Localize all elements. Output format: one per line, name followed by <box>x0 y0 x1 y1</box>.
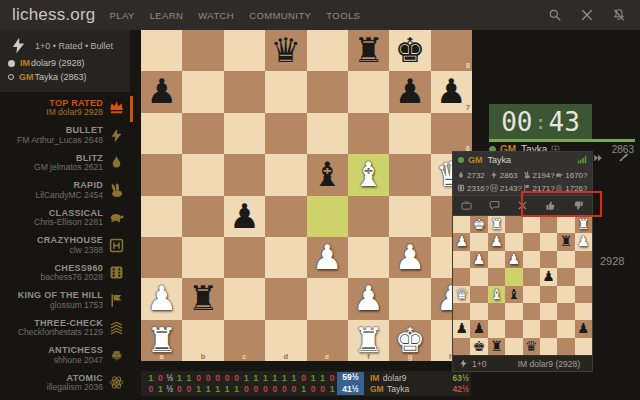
square-d6[interactable] <box>265 113 306 154</box>
piece-black-rook: ♜ <box>488 338 505 355</box>
bottom-player-rating: 2928 <box>600 255 624 267</box>
file-coordinate: g <box>389 352 430 361</box>
game-result[interactable]: 1 <box>261 373 271 383</box>
square-b4[interactable] <box>182 196 223 237</box>
piece-white-bishop: ♝ <box>488 286 505 303</box>
game-result[interactable]: 1 <box>299 384 309 394</box>
square-a1: ♜ <box>575 216 592 233</box>
sidebar-channel-three-check[interactable]: THREE-CHECKCheckforthestats 2129 <box>0 314 130 342</box>
channel-label: KING OF THE HILL <box>18 290 103 300</box>
challenge-icon[interactable] <box>580 8 594 22</box>
piece-black-queen: ♛ <box>523 338 540 355</box>
square-g7[interactable]: ♟ <box>389 71 430 112</box>
game-result[interactable]: 0 <box>270 384 280 394</box>
nav-item-play[interactable]: PLAY <box>109 10 134 21</box>
piece-black-pawn: ♟ <box>453 320 470 337</box>
rabbit-icon <box>109 183 124 198</box>
square-b6[interactable] <box>182 113 223 154</box>
square-b7 <box>557 320 574 337</box>
sidebar-channel-chess960[interactable]: CHESS960bachess76 2028 <box>0 259 130 287</box>
square-c8 <box>540 338 557 355</box>
square-d1 <box>523 216 540 233</box>
channel-player: bachess76 2028 <box>41 273 103 283</box>
square-c7[interactable] <box>224 71 265 112</box>
piece-white-pawn[interactable]: ♟ <box>348 278 389 319</box>
dice-icon <box>457 184 465 192</box>
square-a2[interactable]: ♟ <box>141 278 182 319</box>
square-f1: ♜ <box>488 216 505 233</box>
square-d3 <box>523 251 540 268</box>
sidebar-channel-king-of-the-hill[interactable]: KING OF THE HILLglossum 1753 <box>0 287 130 315</box>
game-result[interactable]: 0 <box>184 384 194 394</box>
total-score: 63½ <box>443 373 471 383</box>
atom-icon <box>109 375 124 390</box>
piece-black-pawn[interactable]: ♟ <box>224 196 265 237</box>
square-g8[interactable]: ♚ <box>389 30 430 71</box>
game-result[interactable]: 1 <box>318 373 328 383</box>
square-d2[interactable] <box>265 278 306 319</box>
square-g6 <box>470 303 487 320</box>
channel-player: Chris-Ellison 2281 <box>34 218 103 228</box>
crazyhouse-icon <box>490 184 498 192</box>
score-player-name[interactable]: IM dolar9 <box>370 373 436 383</box>
game-result[interactable]: ½ <box>165 373 175 383</box>
square-e7[interactable] <box>307 71 348 112</box>
square-c1 <box>540 216 557 233</box>
square-c3 <box>540 251 557 268</box>
square-g1[interactable]: ♚g <box>389 320 430 361</box>
square-e2 <box>505 233 522 250</box>
flag-icon <box>109 293 124 308</box>
square-a6 <box>575 303 592 320</box>
piece-white-king: ♚ <box>470 216 487 233</box>
popup-rating-turtle: 1670? <box>555 169 588 181</box>
crown-icon <box>109 100 124 115</box>
lightning-icon <box>109 128 124 143</box>
square-e2[interactable] <box>307 278 348 319</box>
square-g3: ♟ <box>470 251 487 268</box>
mini-chess-board: ♚♜♜♟♟♜♟♟♟♟♛♝♝♟♟♟♚♜♛ <box>453 216 592 355</box>
piece-white-pawn: ♟ <box>488 233 505 250</box>
piece-black-king[interactable]: ♚ <box>389 30 430 71</box>
score-row-dolar9: 10½1100000111111011059½IM dolar963½ <box>141 372 471 384</box>
rating-value: 2732 <box>467 171 485 180</box>
square-g5[interactable] <box>389 154 430 195</box>
square-f7 <box>488 320 505 337</box>
piece-black-pawn[interactable]: ♟ <box>141 71 182 112</box>
square-a8 <box>575 338 592 355</box>
square-c5[interactable] <box>224 154 265 195</box>
square-f8[interactable]: ♜ <box>348 30 389 71</box>
popup-opponent: IM dolar9 (2928) <box>518 359 580 369</box>
square-g3[interactable]: ♟ <box>389 237 430 278</box>
online-dot <box>458 157 464 163</box>
lichess-tv-page: lichess.org PLAYLEARNWATCHCOMMUNITYTOOLS… <box>0 0 640 400</box>
fast-forward-icon[interactable] <box>593 153 603 163</box>
game-result[interactable]: 0 <box>241 384 251 394</box>
file-coordinate: a <box>141 352 182 361</box>
square-a1[interactable]: ♜a <box>141 320 182 361</box>
square-a8[interactable] <box>141 30 182 71</box>
game-result[interactable]: ½ <box>165 384 175 394</box>
square-b1 <box>557 216 574 233</box>
file-coordinate: d <box>265 352 306 361</box>
total-score: 42½ <box>443 384 471 394</box>
square-b3 <box>557 251 574 268</box>
square-d4[interactable] <box>265 196 306 237</box>
game-result[interactable]: 1 <box>184 373 194 383</box>
piece-white-pawn: ♟ <box>470 251 487 268</box>
nav-item-watch[interactable]: WATCH <box>198 10 234 21</box>
annotation-red-rectangle <box>521 191 602 217</box>
piece-black-queen[interactable]: ♛ <box>265 30 306 71</box>
popup-header: GM Tayka <box>453 152 592 168</box>
square-b1[interactable]: b <box>182 320 223 361</box>
piece-white-pawn: ♟ <box>453 233 470 250</box>
turtle-icon <box>109 210 124 225</box>
square-e8[interactable] <box>307 30 348 71</box>
sidebar-channel-top-rated[interactable]: TOP RATEDIM dolar9 2928 <box>0 94 130 122</box>
game-result[interactable]: 1 <box>270 373 280 383</box>
game-result[interactable]: 1 <box>175 373 185 383</box>
channel-player: illegalism 2036 <box>47 383 103 393</box>
square-a3 <box>575 251 592 268</box>
game-result[interactable]: 0 <box>222 373 232 383</box>
active-channel-marker <box>130 96 133 122</box>
square-b5 <box>557 286 574 303</box>
rating-value: 2143? <box>500 184 522 193</box>
square-e4[interactable] <box>307 196 348 237</box>
square-d7[interactable] <box>265 71 306 112</box>
user-popup: GM Tayka 273228632194?1670?2316?2143?217… <box>452 151 593 372</box>
piece-white-pawn[interactable]: ♟ <box>307 237 348 278</box>
rating-value: 2863 <box>500 171 518 180</box>
channel-player: glossum 1753 <box>18 301 103 311</box>
sidebar-channel-horde[interactable]: HORDEobadja 2083 <box>0 397 130 400</box>
notifications-off-icon[interactable] <box>612 8 626 22</box>
piece-black-king: ♚ <box>470 338 487 355</box>
game-result[interactable]: 0 <box>299 373 309 383</box>
square-f6[interactable] <box>348 113 389 154</box>
channel-player: Checkforthestats 2129 <box>18 328 103 338</box>
square-d4 <box>523 268 540 285</box>
piece-white-bishop[interactable]: ♝ <box>348 154 389 195</box>
nav-item-community[interactable]: COMMUNITY <box>249 10 311 21</box>
square-e3[interactable]: ♟ <box>307 237 348 278</box>
piece-black-rook[interactable]: ♜ <box>348 30 389 71</box>
flame-icon <box>457 171 465 179</box>
popup-footer: 1+0 IM dolar9 (2928) <box>453 356 592 371</box>
piece-white-pawn: ♟ <box>575 233 592 250</box>
square-e4 <box>505 268 522 285</box>
file-coordinate: f <box>348 352 389 361</box>
square-h1 <box>453 216 470 233</box>
square-h5: ♛ <box>453 286 470 303</box>
game-result[interactable]: 1 <box>241 373 251 383</box>
piece-black-rook[interactable]: ♜ <box>182 278 223 319</box>
sword-icon[interactable] <box>618 152 630 164</box>
square-d7 <box>523 320 540 337</box>
square-b6 <box>557 303 574 320</box>
chat-icon[interactable] <box>489 200 500 211</box>
square-h7[interactable]: ♟7 <box>431 71 472 112</box>
square-c8[interactable] <box>224 30 265 71</box>
lichess-logo[interactable]: lichess.org <box>12 5 95 25</box>
game-result[interactable]: 1 <box>203 384 213 394</box>
square-f4 <box>488 268 505 285</box>
piece-white-pawn: ♟ <box>505 251 522 268</box>
square-f3 <box>488 251 505 268</box>
layers-icon <box>109 320 124 335</box>
bullet-icon <box>459 359 468 368</box>
sidebar-channel-crazyhouse[interactable]: CRAZYHOUSEclw 2388 <box>0 232 130 260</box>
game-result[interactable]: 0 <box>327 373 337 383</box>
channel-label: BULLET <box>17 125 103 135</box>
channel-player: FM Arthur_Lucas 2648 <box>17 136 103 146</box>
square-b7[interactable] <box>182 71 223 112</box>
square-g8: ♚ <box>470 338 487 355</box>
square-g2[interactable] <box>389 278 430 319</box>
channel-player: clw 2388 <box>37 246 103 256</box>
square-e5: ♝ <box>505 286 522 303</box>
square-a6[interactable] <box>141 113 182 154</box>
square-d6 <box>523 303 540 320</box>
square-f4[interactable] <box>348 196 389 237</box>
game-result[interactable]: 1 <box>194 384 204 394</box>
square-c4[interactable]: ♟ <box>224 196 265 237</box>
bullet-icon <box>10 37 27 54</box>
square-c6 <box>540 303 557 320</box>
nav-item-learn[interactable]: LEARN <box>150 10 184 21</box>
piece-white-pawn[interactable]: ♟ <box>141 278 182 319</box>
square-a3[interactable] <box>141 237 182 278</box>
score-row-Tayka: 01½0011111000000100141½GM Tayka42½ <box>141 384 471 396</box>
square-b8 <box>557 338 574 355</box>
square-h6[interactable]: 6 <box>431 113 472 154</box>
black-color-dot <box>8 74 14 80</box>
square-a5[interactable] <box>141 154 182 195</box>
game-result[interactable]: 1 <box>222 384 232 394</box>
popup-rating-crazyhouse: 2143? <box>490 182 523 194</box>
piece-black-pawn: ♟ <box>470 320 487 337</box>
sidebar-channel-blitz[interactable]: BLITZGM jelmatos 2621 <box>0 149 130 177</box>
square-b8[interactable] <box>182 30 223 71</box>
square-f2: ♟ <box>488 233 505 250</box>
channel-player: shhone 2047 <box>48 356 103 366</box>
game-result[interactable]: 0 <box>194 373 204 383</box>
signal-bars-icon <box>577 155 587 165</box>
square-d5 <box>523 286 540 303</box>
tv-channel-list: TOP RATEDIM dolar9 2928BULLETFM Arthur_L… <box>0 94 130 400</box>
dice-icon <box>109 265 124 280</box>
channel-player: LilCandyMC 2454 <box>35 191 103 201</box>
square-e6[interactable] <box>307 113 348 154</box>
square-g7: ♟ <box>470 320 487 337</box>
file-coordinate: e <box>307 352 348 361</box>
search-icon[interactable] <box>548 8 562 22</box>
square-c2[interactable] <box>224 278 265 319</box>
flame-icon <box>109 155 124 170</box>
square-a5 <box>575 286 592 303</box>
square-a7[interactable]: ♟ <box>141 71 182 112</box>
game-result[interactable]: 1 <box>289 373 299 383</box>
popup-rating-flame: 2732 <box>457 169 490 181</box>
rating-value: 1670? <box>565 171 587 180</box>
sidebar-channel-antichess[interactable]: ANTICHESSshhone 2047♚ <box>0 342 130 370</box>
game-result[interactable]: 0 <box>175 384 185 394</box>
square-b3[interactable] <box>182 237 223 278</box>
svg-text:♚: ♚ <box>111 348 123 363</box>
piece-white-rook: ♜ <box>488 216 505 233</box>
square-a7: ♟ <box>575 320 592 337</box>
white-color-dot <box>8 60 15 67</box>
sidebar-channel-rapid[interactable]: RAPIDLilCandyMC 2454 <box>0 177 130 205</box>
rank-coordinate: 8 <box>466 61 470 70</box>
square-f2[interactable]: ♟ <box>348 278 389 319</box>
black-player-line[interactable]: GMTayka (2863) <box>8 72 124 82</box>
game-result[interactable]: 0 <box>146 384 156 394</box>
square-g6[interactable] <box>389 113 430 154</box>
square-g2 <box>470 233 487 250</box>
square-f3[interactable] <box>348 237 389 278</box>
game-result[interactable]: 1 <box>232 384 242 394</box>
square-c7 <box>540 320 557 337</box>
white-player-line[interactable]: IMdolar9 (2928) <box>8 58 124 68</box>
popup-rating-lightning: 2863 <box>490 169 523 181</box>
square-d3[interactable] <box>265 237 306 278</box>
piece-black-pawn: ♟ <box>575 320 592 337</box>
lightning-icon <box>490 171 498 179</box>
file-coordinate: c <box>224 352 265 361</box>
square-h7: ♟ <box>453 320 470 337</box>
nav-item-tools[interactable]: TOOLS <box>326 10 360 21</box>
popup-rating-rabbit: 2194? <box>523 169 556 181</box>
sidebar-channel-atomic[interactable]: ATOMICillegalism 2036 <box>0 369 130 397</box>
square-e3: ♟ <box>505 251 522 268</box>
square-c6[interactable] <box>224 113 265 154</box>
square-e1[interactable]: e <box>307 320 348 361</box>
piece-black-bishop: ♝ <box>505 286 522 303</box>
turtle-icon <box>555 171 563 179</box>
piece-black-pawn[interactable]: ♟ <box>389 71 430 112</box>
square-b2[interactable]: ♜ <box>182 278 223 319</box>
piece-black-rook: ♜ <box>557 233 574 250</box>
rabbit-icon <box>523 171 531 179</box>
square-f1[interactable]: ♜f <box>348 320 389 361</box>
channel-player: IM dolar9 2928 <box>46 108 103 118</box>
piece-black-pawn: ♟ <box>540 268 557 285</box>
piece-white-queen: ♛ <box>453 286 470 303</box>
popup-rating-dice: 2316? <box>457 182 490 194</box>
square-d8[interactable]: ♛ <box>265 30 306 71</box>
square-f8: ♜ <box>488 338 505 355</box>
game-result[interactable]: 1 <box>146 373 156 383</box>
square-c3[interactable] <box>224 237 265 278</box>
square-g4 <box>470 268 487 285</box>
square-f5[interactable]: ♝ <box>348 154 389 195</box>
cumulative-score: 41½ <box>337 384 364 396</box>
game-result[interactable]: 0 <box>289 384 299 394</box>
game-result[interactable]: 0 <box>318 384 328 394</box>
channel-player: GM jelmatos 2621 <box>34 163 103 173</box>
square-f5: ♝ <box>488 286 505 303</box>
game-result[interactable]: 1 <box>308 373 318 383</box>
game-result[interactable]: 0 <box>251 384 261 394</box>
game-info-box: 1+0 • Rated • Bullet IMdolar9 (2928) GMT… <box>0 30 130 92</box>
game-result[interactable]: 0 <box>203 373 213 383</box>
square-d8: ♛ <box>523 338 540 355</box>
square-a2: ♟ <box>575 233 592 250</box>
square-e1 <box>505 216 522 233</box>
file-coordinate: b <box>182 352 223 361</box>
piece-black-bishop[interactable]: ♝ <box>307 154 348 195</box>
square-g5 <box>470 286 487 303</box>
square-d5[interactable] <box>265 154 306 195</box>
nav-icons <box>548 0 626 30</box>
top-nav: lichess.org PLAYLEARNWATCHCOMMUNITYTOOLS <box>0 0 640 30</box>
black-clock: 00:43 <box>489 104 592 139</box>
square-f7[interactable] <box>348 71 389 112</box>
game-result[interactable]: 1 <box>251 373 261 383</box>
tv-icon[interactable] <box>461 200 472 211</box>
square-c2 <box>540 233 557 250</box>
game-setup-text: 1+0 • Rated • Bullet <box>35 41 113 51</box>
square-h2: ♟ <box>453 233 470 250</box>
main-chess-board[interactable]: ♛♜♚8♟♟♟76♝♝♛5♟4♟♟3♟♜♟♟2♜abcde♜f♚gh1 <box>141 30 472 361</box>
square-d2 <box>523 233 540 250</box>
sidebar-channel-classical[interactable]: CLASSICALChris-Ellison 2281 <box>0 204 130 232</box>
game-result[interactable]: 0 <box>213 373 223 383</box>
square-e5[interactable]: ♝ <box>307 154 348 195</box>
score-player-name[interactable]: GM Tayka <box>370 384 436 394</box>
square-h8[interactable]: 8 <box>431 30 472 71</box>
square-e6 <box>505 303 522 320</box>
game-result[interactable]: 0 <box>261 384 271 394</box>
game-result[interactable]: 0 <box>156 373 166 383</box>
game-result[interactable]: 1 <box>156 384 166 394</box>
game-result[interactable]: 0 <box>280 384 290 394</box>
game-result[interactable]: 1 <box>280 373 290 383</box>
game-result[interactable]: 1 <box>213 384 223 394</box>
game-result[interactable]: 0 <box>308 384 318 394</box>
square-b4 <box>557 268 574 285</box>
square-b2: ♜ <box>557 233 574 250</box>
cumulative-score: 59½ <box>337 372 364 384</box>
square-e7 <box>505 320 522 337</box>
rating-value: 2316? <box>467 184 489 193</box>
game-result[interactable]: 0 <box>232 373 242 383</box>
rating-value: 2194? <box>533 171 555 180</box>
piece-white-pawn[interactable]: ♟ <box>389 237 430 278</box>
square-h3 <box>453 251 470 268</box>
square-a4 <box>575 268 592 285</box>
rank-coordinate: 7 <box>466 103 470 112</box>
square-a4[interactable] <box>141 196 182 237</box>
square-b5[interactable] <box>182 154 223 195</box>
square-h8 <box>453 338 470 355</box>
sidebar-channel-bullet[interactable]: BULLETFM Arthur_Lucas 2648 <box>0 122 130 150</box>
square-g4[interactable] <box>389 196 430 237</box>
nav-menu: PLAYLEARNWATCHCOMMUNITYTOOLS <box>109 10 360 21</box>
channel-label: CRAZYHOUSE <box>37 235 103 245</box>
square-d1[interactable]: d <box>265 320 306 361</box>
antiking-icon: ♚ <box>109 348 124 363</box>
square-f6 <box>488 303 505 320</box>
square-c1[interactable]: c <box>224 320 265 361</box>
square-c5 <box>540 286 557 303</box>
game-result[interactable]: 1 <box>327 384 337 394</box>
crazyhouse-icon <box>109 238 124 253</box>
